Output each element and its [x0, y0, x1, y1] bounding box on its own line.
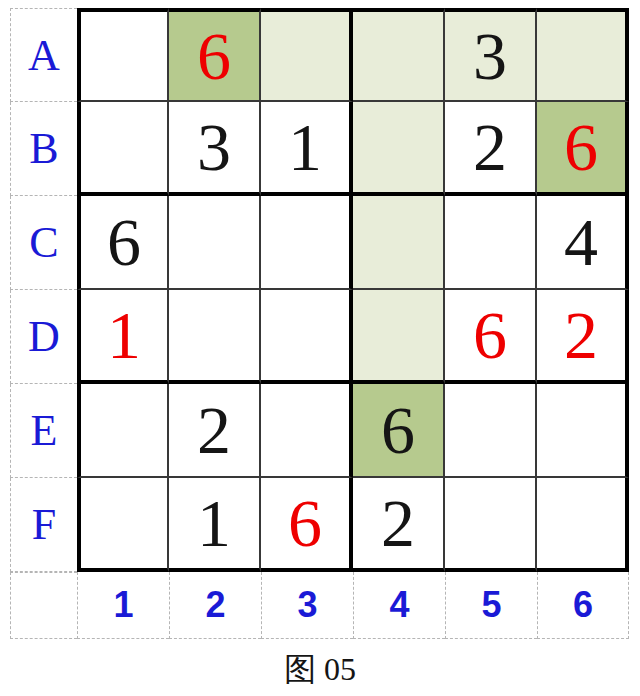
- cell-B5: 2: [445, 102, 537, 196]
- cell-E1: [77, 384, 169, 478]
- cell-B4: [353, 102, 445, 196]
- cell-C6: 4: [537, 196, 629, 290]
- cell-A6: [537, 8, 629, 102]
- cell-C4: [353, 196, 445, 290]
- col-label-3: 3: [261, 572, 353, 639]
- cell-D3: [261, 290, 353, 384]
- cell-A2: 6: [169, 8, 261, 102]
- cell-C5: [445, 196, 537, 290]
- cell-D1: 1: [77, 290, 169, 384]
- cell-D6: 2: [537, 290, 629, 384]
- cell-A5: 3: [445, 8, 537, 102]
- cell-E4: 6: [353, 384, 445, 478]
- col-label-6: 6: [537, 572, 629, 639]
- cell-E2: 2: [169, 384, 261, 478]
- col-label-2: 2: [169, 572, 261, 639]
- row-label-D: D: [10, 290, 77, 384]
- cell-E6: [537, 384, 629, 478]
- cell-B6: 6: [537, 102, 629, 196]
- cell-A3: [261, 8, 353, 102]
- col-label-5: 5: [445, 572, 537, 639]
- cell-F1: [77, 478, 169, 572]
- cell-B2: 3: [169, 102, 261, 196]
- row-label-B: B: [10, 102, 77, 196]
- row-label-A: A: [10, 8, 77, 102]
- col-label-4: 4: [353, 572, 445, 639]
- col-label-1: 1: [77, 572, 169, 639]
- cell-F5: [445, 478, 537, 572]
- figure-caption: 图 05: [0, 648, 640, 692]
- cell-E3: [261, 384, 353, 478]
- cell-F3: 6: [261, 478, 353, 572]
- cell-D2: [169, 290, 261, 384]
- cell-F6: [537, 478, 629, 572]
- cell-D4: [353, 290, 445, 384]
- cell-B3: 1: [261, 102, 353, 196]
- corner-cell: [10, 572, 77, 639]
- cell-E5: [445, 384, 537, 478]
- cell-F2: 1: [169, 478, 261, 572]
- cell-A1: [77, 8, 169, 102]
- cell-C2: [169, 196, 261, 290]
- cell-B1: [77, 102, 169, 196]
- cell-C3: [261, 196, 353, 290]
- cell-D5: 6: [445, 290, 537, 384]
- cell-C1: 6: [77, 196, 169, 290]
- cell-F4: 2: [353, 478, 445, 572]
- row-label-F: F: [10, 478, 77, 572]
- row-label-C: C: [10, 196, 77, 290]
- row-label-E: E: [10, 384, 77, 478]
- puzzle-grid: A63B3126C64D162E26F162123456: [10, 8, 629, 639]
- cell-A4: [353, 8, 445, 102]
